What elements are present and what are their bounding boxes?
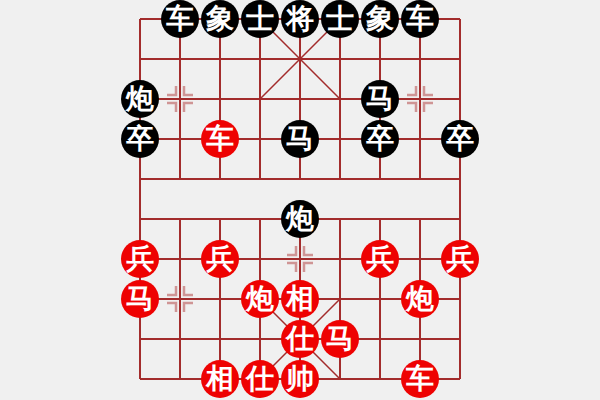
piece-black-cannon[interactable]: 炮: [121, 80, 159, 118]
piece-black-general[interactable]: 将: [281, 0, 319, 38]
piece-black-chariot[interactable]: 车: [161, 0, 199, 38]
xiangqi-app: 车象士将士象车炮马卒车马卒卒炮兵兵兵兵马炮相炮仕马相仕帅车: [0, 0, 600, 400]
piece-red-soldier[interactable]: 兵: [441, 240, 479, 278]
piece-red-cannon[interactable]: 炮: [401, 280, 439, 318]
piece-black-chariot[interactable]: 车: [401, 0, 439, 38]
piece-red-elephant[interactable]: 相: [201, 360, 239, 398]
piece-black-cannon[interactable]: 炮: [281, 200, 319, 238]
piece-black-elephant[interactable]: 象: [361, 0, 399, 38]
piece-red-soldier[interactable]: 兵: [361, 240, 399, 278]
piece-red-elephant[interactable]: 相: [281, 280, 319, 318]
piece-black-advisor[interactable]: 士: [241, 0, 279, 38]
piece-red-horse[interactable]: 马: [121, 280, 159, 318]
piece-red-general[interactable]: 帅: [281, 360, 319, 398]
piece-black-soldier[interactable]: 卒: [361, 120, 399, 158]
pieces-layer: 车象士将士象车炮马卒车马卒卒炮兵兵兵兵马炮相炮仕马相仕帅车: [120, 0, 480, 400]
piece-red-soldier[interactable]: 兵: [201, 240, 239, 278]
piece-red-chariot[interactable]: 车: [401, 360, 439, 398]
piece-red-advisor[interactable]: 仕: [241, 360, 279, 398]
piece-red-horse[interactable]: 马: [321, 320, 359, 358]
piece-black-advisor[interactable]: 士: [321, 0, 359, 38]
piece-red-advisor[interactable]: 仕: [281, 320, 319, 358]
piece-black-horse[interactable]: 马: [281, 120, 319, 158]
piece-black-soldier[interactable]: 卒: [441, 120, 479, 158]
piece-black-elephant[interactable]: 象: [201, 0, 239, 38]
piece-red-cannon[interactable]: 炮: [241, 280, 279, 318]
piece-black-horse[interactable]: 马: [361, 80, 399, 118]
piece-red-chariot[interactable]: 车: [201, 120, 239, 158]
piece-red-soldier[interactable]: 兵: [121, 240, 159, 278]
piece-black-soldier[interactable]: 卒: [121, 120, 159, 158]
